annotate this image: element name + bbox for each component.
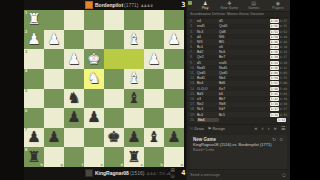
- square-g3[interactable]: [44, 49, 64, 69]
- move-row-8: 8.Qe2Be74:304:27: [187, 55, 290, 60]
- square-f4[interactable]: [64, 69, 84, 89]
- move-times: 4:364:33: [270, 50, 287, 54]
- black-move[interactable]: Qd8: [219, 30, 241, 34]
- bottom-captured-pieces: ♙♙♙♘♖♕: [146, 171, 165, 176]
- square-a7[interactable]: ♟: [164, 128, 184, 148]
- top-player-avatar[interactable]: [85, 1, 93, 9]
- move-times: 3:394:58: [270, 102, 287, 106]
- move-times: 3:344:55: [270, 113, 287, 117]
- white-move[interactable]: e3: [197, 97, 219, 101]
- file-label-a: a: [181, 163, 183, 167]
- white-time-chip: 3:48: [270, 87, 279, 91]
- black-rook-c8[interactable]: ♜: [127, 150, 140, 165]
- move-number: 20.: [190, 118, 197, 122]
- move-row-18: 18.Nc3Kd73:374:57: [187, 107, 290, 112]
- top-player-rating: (1771): [124, 2, 138, 8]
- move-row-15: 15.Bd3b63:455:01: [187, 91, 290, 96]
- games-icon: ▤: [251, 1, 256, 6]
- chess-board[interactable]: ♜1♟2♟♝♟3♟♚♟4♞♝5♞♝6♟♟♟7♟♚♟♝♟♜8hgfed♜cba: [24, 10, 184, 167]
- move-number: 4.: [190, 35, 197, 39]
- white-move[interactable]: Be4: [197, 81, 219, 85]
- square-h2[interactable]: ♟2: [24, 30, 44, 50]
- square-f7[interactable]: [64, 128, 84, 148]
- white-time-chip: 3:42: [270, 97, 279, 101]
- black-bishop-b7[interactable]: ♝: [147, 130, 160, 145]
- move-row-14: 14.O-O-OKe73:485:04: [187, 86, 290, 91]
- move-number: 6.: [190, 45, 197, 49]
- square-e5[interactable]: [84, 89, 104, 109]
- black-knight-f5[interactable]: ♞: [67, 91, 80, 106]
- white-time-chip: 4:30: [270, 55, 279, 59]
- black-move[interactable]: e6: [219, 45, 241, 49]
- tab-label: New Game: [221, 6, 239, 10]
- square-h5[interactable]: 5: [24, 89, 44, 109]
- white-time-chip: 4:58: [270, 19, 279, 23]
- square-d6[interactable]: [104, 108, 124, 128]
- file-label-f: f: [82, 163, 83, 167]
- move-row-4: 4.d4Nf64:504:49: [187, 34, 290, 39]
- move-times: 3:525:08: [270, 81, 287, 85]
- square-e1[interactable]: [84, 10, 104, 30]
- white-move[interactable]: Bd3: [197, 92, 219, 96]
- bottom-player-rating: (1516): [130, 170, 144, 176]
- move-times: 3:593:55: [270, 76, 287, 80]
- white-time-chip: 4:53: [270, 30, 279, 34]
- play-icon: ♟: [203, 1, 207, 6]
- square-d8[interactable]: d: [104, 147, 124, 167]
- bottom-player-name[interactable]: KingRagnar08: [95, 170, 129, 176]
- square-d2[interactable]: [104, 30, 124, 50]
- black-move[interactable]: Nc6: [219, 50, 241, 54]
- square-d7[interactable]: ♚: [104, 128, 124, 148]
- draw-button[interactable]: ½ Draw: [190, 126, 204, 131]
- white-pawn-f3[interactable]: ♟: [67, 52, 80, 67]
- black-move[interactable]: Nxd5: [219, 66, 241, 70]
- white-move[interactable]: Qe2: [197, 55, 219, 59]
- black-time-chip: 4:57: [280, 19, 287, 23]
- move-times: 4:164:12: [270, 66, 287, 70]
- white-time-chip: 4:24: [270, 61, 279, 65]
- white-move[interactable]: Nc3: [197, 107, 219, 111]
- white-time-chip: 3:39: [270, 102, 279, 106]
- square-b4[interactable]: [144, 69, 164, 89]
- square-a1[interactable]: [164, 10, 184, 30]
- bottom-player-avatar[interactable]: [85, 169, 93, 177]
- white-move[interactable]: Ne4: [197, 118, 219, 122]
- white-king-e3[interactable]: ♚: [87, 52, 100, 67]
- white-time-chip: 4:41: [270, 45, 279, 49]
- white-time-chip: 3:52: [270, 81, 279, 85]
- white-knight-e4[interactable]: ♞: [87, 71, 100, 86]
- square-h8[interactable]: ♜8h: [24, 147, 44, 167]
- new-game-icon: ✚: [227, 1, 231, 6]
- square-b6[interactable]: [144, 108, 164, 128]
- move-times: 4:414:39: [270, 45, 287, 49]
- move-row-16: 16.e3Bb73:424:59: [187, 96, 290, 101]
- game-info-line: Rated • 5 min: [193, 148, 284, 153]
- top-captured-pieces: ♟♟♞♛: [141, 3, 153, 8]
- white-move[interactable]: O-O-O: [197, 87, 219, 91]
- white-move[interactable]: d4: [197, 35, 219, 39]
- black-pawn-e6[interactable]: ♟: [87, 110, 100, 125]
- black-time-chip: 4:03: [280, 71, 287, 75]
- square-e3[interactable]: ♚: [84, 49, 104, 69]
- black-time-chip: 4:58: [280, 102, 287, 106]
- side-panel: ♟Play✚New Game▤Games◉Players Scandinavia…: [186, 0, 290, 180]
- rematch-settings-icons[interactable]: ↻ ⊙: [272, 137, 284, 142]
- move-number: 19.: [190, 113, 197, 117]
- move-number: 15.: [190, 92, 197, 96]
- white-move[interactable]: Qxd5: [197, 71, 219, 75]
- move-row-7: 7.Bd2Nc64:364:33: [187, 50, 290, 55]
- square-a6[interactable]: [164, 108, 184, 128]
- square-c6[interactable]: [124, 108, 144, 128]
- tab-label: Games: [248, 6, 259, 10]
- black-time-chip: 4:57: [280, 107, 287, 111]
- square-h3[interactable]: 3: [24, 49, 44, 69]
- move-number: 12.: [190, 76, 197, 80]
- white-time-chip: 4:08: [270, 71, 279, 75]
- move-number: 2.: [190, 24, 197, 28]
- move-number: 13.: [190, 81, 197, 85]
- move-row-3: 3.Nc3Qd84:534:52: [187, 29, 290, 34]
- white-move[interactable]: d5: [197, 61, 219, 65]
- white-pawn-h2[interactable]: ♟: [27, 32, 40, 47]
- rank-label-8: 8: [25, 148, 27, 152]
- black-time-chip: 4:49: [280, 35, 287, 39]
- square-c4[interactable]: ♝: [124, 69, 144, 89]
- move-number: 18.: [190, 107, 197, 111]
- white-move[interactable]: exd5: [197, 24, 219, 28]
- move-times: 4:534:52: [270, 30, 287, 34]
- white-move[interactable]: Bc4: [197, 113, 219, 117]
- square-h1[interactable]: ♜1: [24, 10, 44, 30]
- square-d5[interactable]: [104, 89, 124, 109]
- move-times: 3:424:59: [270, 97, 287, 101]
- square-a8[interactable]: a: [164, 147, 184, 167]
- white-move[interactable]: Nf3: [197, 40, 219, 44]
- white-time-chip: 3:45: [270, 92, 279, 96]
- rank-label-6: 6: [25, 109, 27, 113]
- white-move[interactable]: Ne2: [197, 102, 219, 106]
- black-time-chip: 4:39: [280, 45, 287, 49]
- white-rook-h1[interactable]: ♜: [27, 12, 40, 27]
- top-player-bar: Bordenpilot (1771) ♟♟♞♛ 3:32: [24, 0, 198, 10]
- right-letterbox: [290, 0, 320, 180]
- resign-button[interactable]: ⚑ Resign: [208, 126, 225, 131]
- board-option-icons[interactable]: ⊞ ⊙: [170, 167, 178, 179]
- top-player-name[interactable]: Bordenpilot: [95, 2, 123, 8]
- move-row-1: 1.e4d54:584:57: [187, 19, 290, 24]
- white-move[interactable]: e4: [197, 19, 219, 23]
- square-e2[interactable]: [84, 30, 104, 50]
- move-row-20: 20.Ne43:32: [187, 117, 290, 122]
- square-h7[interactable]: ♟7: [24, 128, 44, 148]
- square-b1[interactable]: [144, 10, 164, 30]
- white-time-chip: 3:59: [270, 76, 279, 80]
- move-times: 4:304:27: [270, 55, 287, 59]
- white-time-chip: 3:37: [270, 107, 279, 111]
- move-row-12: 12.Bxd5Nb43:593:55: [187, 76, 290, 81]
- black-bishop-c5[interactable]: ♝: [127, 91, 140, 106]
- black-time-chip: 4:12: [280, 66, 287, 70]
- move-times: 3:485:04: [270, 87, 287, 91]
- move-number: 8.: [190, 55, 197, 59]
- black-king-d7[interactable]: ♚: [107, 130, 120, 145]
- file-label-h: h: [41, 163, 43, 167]
- move-number: 14.: [190, 87, 197, 91]
- move-number: 10.: [190, 66, 197, 70]
- square-e6[interactable]: ♟: [84, 108, 104, 128]
- black-move[interactable]: Bc5: [219, 113, 241, 117]
- black-time-chip: 4:33: [280, 50, 287, 54]
- square-a2[interactable]: ♟: [164, 30, 184, 50]
- move-times: 3:374:57: [270, 107, 287, 111]
- square-e4[interactable]: ♞: [84, 69, 104, 89]
- white-move[interactable]: Bc4: [197, 45, 219, 49]
- square-a3[interactable]: [164, 49, 184, 69]
- chat-bar: Send a message ☺: [187, 169, 290, 180]
- black-move[interactable]: Be7: [219, 55, 241, 59]
- square-f5[interactable]: ♞: [64, 89, 84, 109]
- tab-play[interactable]: ♟Play: [193, 0, 217, 11]
- tab-label: Play: [202, 6, 209, 10]
- move-row-19: 19.Bc4Bc53:344:55: [187, 112, 290, 117]
- black-time-chip: 4:55: [280, 24, 287, 28]
- square-h4[interactable]: 4: [24, 69, 44, 89]
- black-move[interactable]: Kd7: [219, 107, 241, 111]
- bottom-player-bar: KingRagnar08 (1516) ♙♙♙♘♖♕ +6 ⊞ ⊙ 4:55: [24, 168, 198, 178]
- square-a4[interactable]: [164, 69, 184, 89]
- black-move[interactable]: Qxd5: [219, 71, 241, 75]
- square-b2[interactable]: [144, 30, 164, 50]
- game-controls: ½ Draw ⚑ Resign « ‹ › » ☰: [187, 124, 290, 132]
- move-times: 4:584:57: [270, 19, 287, 23]
- new-game-box: New Game ↻ ⊙ KingRagnar08 (1516) vs. Bor…: [190, 135, 287, 169]
- move-list[interactable]: 1.e4d54:584:572.exd5Qxd54:564:553.Nc3Qd8…: [187, 18, 290, 124]
- move-times: 4:244:20: [270, 61, 287, 65]
- white-time-chip: 3:34: [270, 113, 279, 117]
- white-time-chip: 4:16: [270, 66, 279, 70]
- white-bishop-c2[interactable]: ♝: [127, 32, 140, 47]
- square-d1[interactable]: [104, 10, 124, 30]
- black-move[interactable]: Bf5: [219, 40, 241, 44]
- move-times: 4:084:03: [270, 71, 287, 75]
- square-c1[interactable]: [124, 10, 144, 30]
- square-a5[interactable]: [164, 89, 184, 109]
- rank-label-4: 4: [25, 69, 27, 73]
- black-move[interactable]: d5: [219, 19, 241, 23]
- square-c8[interactable]: ♜c: [124, 147, 144, 167]
- black-pawn-a7[interactable]: ♟: [167, 130, 180, 145]
- move-row-9: 9.d5exd54:244:20: [187, 60, 290, 65]
- square-g4[interactable]: [44, 69, 64, 89]
- white-pawn-g2[interactable]: ♟: [47, 32, 60, 47]
- rank-label-1: 1: [25, 11, 27, 15]
- players-icon: ◉: [276, 1, 280, 6]
- chess-app-window: Bordenpilot (1771) ♟♟♞♛ 3:32 ♜1♟2♟♝♟3♟♚♟…: [0, 0, 290, 180]
- square-b5[interactable]: [144, 89, 164, 109]
- white-pawn-b3[interactable]: ♟: [147, 52, 160, 67]
- black-pawn-h7[interactable]: ♟: [27, 130, 40, 145]
- black-time-chip: 4:52: [280, 30, 287, 34]
- tab-new-game[interactable]: ✚New Game: [217, 0, 241, 11]
- black-move[interactable]: Nb4: [219, 76, 241, 80]
- move-number: 7.: [190, 50, 197, 54]
- move-times: 3:455:01: [270, 92, 287, 96]
- white-time-chip: 4:50: [270, 35, 279, 39]
- move-times: 3:32: [277, 118, 287, 122]
- black-rook-h8[interactable]: ♜: [27, 150, 40, 165]
- square-g1[interactable]: [44, 10, 64, 30]
- white-pawn-a2[interactable]: ♟: [167, 32, 180, 47]
- move-row-17: 17.Ne2Rb83:394:58: [187, 102, 290, 107]
- square-g6[interactable]: [44, 108, 64, 128]
- square-d4[interactable]: [104, 69, 124, 89]
- move-times: 4:564:55: [270, 24, 287, 28]
- move-number: 5.: [190, 40, 197, 44]
- square-d3[interactable]: [104, 49, 124, 69]
- panel-corner-logo: [188, 1, 192, 5]
- square-c5[interactable]: ♝: [124, 89, 144, 109]
- move-times: 4:464:44: [270, 40, 287, 44]
- black-time-chip: 4:55: [280, 113, 287, 117]
- black-time-chip: 5:08: [280, 81, 287, 85]
- square-f6[interactable]: ♟: [64, 108, 84, 128]
- rank-label-2: 2: [25, 30, 27, 34]
- move-row-2: 2.exd5Qxd54:564:55: [187, 24, 290, 29]
- square-f3[interactable]: ♟: [64, 49, 84, 69]
- square-f2[interactable]: [64, 30, 84, 50]
- move-number: 16.: [190, 97, 197, 101]
- file-label-d: d: [121, 163, 123, 167]
- black-time-chip: 5:04: [280, 87, 287, 91]
- square-b8[interactable]: b: [144, 147, 164, 167]
- move-row-5: 5.Nf3Bf54:464:44: [187, 39, 290, 44]
- square-c2[interactable]: ♝: [124, 30, 144, 50]
- move-number: 17.: [190, 102, 197, 106]
- file-label-c: c: [141, 163, 143, 167]
- white-time-chip: 4:56: [270, 24, 279, 28]
- smiley-icon[interactable]: ☺: [281, 172, 287, 178]
- square-g5[interactable]: [44, 89, 64, 109]
- tab-games[interactable]: ▤Games: [242, 0, 266, 11]
- white-bishop-c4[interactable]: ♝: [127, 71, 140, 86]
- black-move[interactable]: Bb7: [219, 97, 241, 101]
- square-e8[interactable]: e: [84, 147, 104, 167]
- black-move[interactable]: Nf6: [219, 35, 241, 39]
- white-time-chip: 3:32: [277, 118, 286, 122]
- rank-label-7: 7: [25, 128, 27, 132]
- black-time-chip: 5:01: [280, 92, 287, 96]
- square-g8[interactable]: g: [44, 147, 64, 167]
- tab-players[interactable]: ◉Players: [266, 0, 290, 11]
- square-h6[interactable]: 6: [24, 108, 44, 128]
- white-move[interactable]: Bd2: [197, 50, 219, 54]
- file-label-g: g: [61, 163, 63, 167]
- chat-input[interactable]: Send a message: [190, 172, 220, 177]
- black-time-chip: 4:20: [280, 61, 287, 65]
- tab-label: Players: [272, 6, 284, 10]
- move-number: 9.: [190, 61, 197, 65]
- black-pawn-g7[interactable]: ♟: [47, 130, 60, 145]
- square-f1[interactable]: [64, 10, 84, 30]
- square-c7[interactable]: ♟: [124, 128, 144, 148]
- move-row-10: 10.Nxd5Nxd54:164:12: [187, 65, 290, 70]
- panel-tabs: ♟Play✚New Game▤Games◉Players: [187, 0, 290, 12]
- move-row-6: 6.Bc4e64:414:39: [187, 45, 290, 50]
- left-gutter: [0, 0, 24, 180]
- move-nav-buttons[interactable]: « ‹ › » ☰: [255, 125, 287, 131]
- file-label-b: b: [161, 163, 163, 167]
- black-move[interactable]: exd5: [219, 61, 241, 65]
- square-c3[interactable]: [124, 49, 144, 69]
- black-time-chip: 4:27: [280, 55, 287, 59]
- black-move[interactable]: Ke7: [219, 87, 241, 91]
- white-move[interactable]: Nc3: [197, 30, 219, 34]
- move-number: 1.: [190, 19, 197, 23]
- white-time-chip: 4:46: [270, 40, 279, 44]
- square-b7[interactable]: ♝: [144, 128, 164, 148]
- white-time-chip: 4:36: [270, 50, 279, 54]
- black-time-chip: 3:55: [280, 76, 287, 80]
- screenshot-stage: Bordenpilot (1771) ♟♟♞♛ 3:32 ♜1♟2♟♝♟3♟♚♟…: [0, 0, 320, 180]
- square-b3[interactable]: ♟: [144, 49, 164, 69]
- black-time-chip: 4:44: [280, 40, 287, 44]
- rank-label-5: 5: [25, 89, 27, 93]
- black-move[interactable]: Qxd5: [219, 24, 241, 28]
- square-f8[interactable]: f: [64, 147, 84, 167]
- rank-label-3: 3: [25, 50, 27, 54]
- black-pawn-c7[interactable]: ♟: [127, 130, 140, 145]
- square-e7[interactable]: [84, 128, 104, 148]
- white-move[interactable]: Nxd5: [197, 66, 219, 70]
- black-time-chip: 4:59: [280, 97, 287, 101]
- move-row-11: 11.Qxd5Qxd54:084:03: [187, 70, 290, 75]
- black-move[interactable]: Bd6: [219, 81, 241, 85]
- square-g7[interactable]: ♟: [44, 128, 64, 148]
- move-times: 4:504:49: [270, 35, 287, 39]
- move-row-13: 13.Be4Bd63:525:08: [187, 81, 290, 86]
- black-move[interactable]: b6: [219, 92, 241, 96]
- square-g2[interactable]: ♟: [44, 30, 64, 50]
- black-pawn-f6[interactable]: ♟: [67, 110, 80, 125]
- white-move[interactable]: Bxd5: [197, 76, 219, 80]
- move-number: 11.: [190, 71, 197, 75]
- move-number: 3.: [190, 30, 197, 34]
- black-move[interactable]: Rb8: [219, 102, 241, 106]
- file-label-e: e: [101, 163, 103, 167]
